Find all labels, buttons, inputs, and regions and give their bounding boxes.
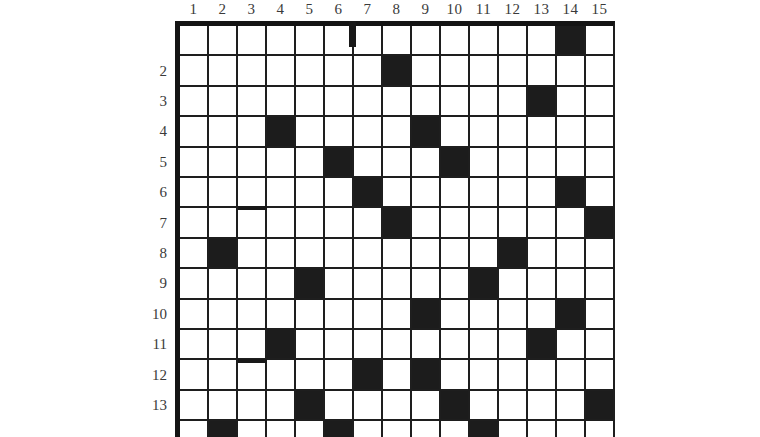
- cell-r4c11[interactable]: [470, 117, 497, 145]
- cell-r3c4[interactable]: [267, 87, 294, 115]
- cell-r12c10[interactable]: [441, 360, 468, 388]
- cell-r13c10-black: [441, 391, 468, 419]
- cell-r11c12[interactable]: [499, 330, 526, 358]
- cell-r4c10[interactable]: [441, 117, 468, 145]
- cell-r12c14[interactable]: [557, 360, 584, 388]
- cell-r3c7[interactable]: [354, 87, 381, 115]
- cell-r14c4[interactable]: [267, 421, 294, 437]
- cell-r11c11[interactable]: [470, 330, 497, 358]
- cell-r13c4[interactable]: [267, 391, 294, 419]
- cell-r4c1[interactable]: [180, 117, 207, 145]
- cell-r2c14[interactable]: [557, 56, 584, 84]
- cell-r4c3[interactable]: [238, 117, 265, 145]
- cell-r9c9[interactable]: [412, 269, 439, 297]
- col-label-5: 5: [306, 1, 314, 18]
- cell-r11c7[interactable]: [354, 330, 381, 358]
- cell-r11c1[interactable]: [180, 330, 207, 358]
- cell-r1c14-black: [557, 26, 584, 54]
- row-label-10: 10: [152, 305, 167, 322]
- cell-r5c2[interactable]: [209, 148, 236, 176]
- cell-r8c6[interactable]: [325, 239, 352, 267]
- cell-r6c13[interactable]: [528, 178, 555, 206]
- cell-r9c14[interactable]: [557, 269, 584, 297]
- cell-r5c14[interactable]: [557, 148, 584, 176]
- cell-r8c1[interactable]: [180, 239, 207, 267]
- cell-r10c13[interactable]: [528, 300, 555, 328]
- cell-r6c3[interactable]: [238, 178, 265, 206]
- cell-r12c15[interactable]: [586, 360, 613, 388]
- cell-r3c5[interactable]: [296, 87, 323, 115]
- cell-r10c6[interactable]: [325, 300, 352, 328]
- col-label-9: 9: [422, 1, 430, 18]
- cell-r6c10[interactable]: [441, 178, 468, 206]
- cell-r13c15-black: [586, 391, 613, 419]
- cell-r14c8[interactable]: [383, 421, 410, 437]
- cell-r6c9[interactable]: [412, 178, 439, 206]
- cell-r8c4[interactable]: [267, 239, 294, 267]
- cell-r5c3[interactable]: [238, 148, 265, 176]
- cell-r10c8[interactable]: [383, 300, 410, 328]
- cell-r11c13-black: [528, 330, 555, 358]
- cell-r2c9[interactable]: [412, 56, 439, 84]
- cell-r3c2[interactable]: [209, 87, 236, 115]
- cell-r14c12[interactable]: [499, 421, 526, 437]
- cell-r6c7-black: [354, 178, 381, 206]
- cell-r2c6[interactable]: [325, 56, 352, 84]
- cell-r12c12[interactable]: [499, 360, 526, 388]
- cell-r13c9[interactable]: [412, 391, 439, 419]
- cell-r10c2[interactable]: [209, 300, 236, 328]
- cell-r13c8[interactable]: [383, 391, 410, 419]
- cell-r11c4-black: [267, 330, 294, 358]
- cell-r10c12[interactable]: [499, 300, 526, 328]
- cell-r3c9[interactable]: [412, 87, 439, 115]
- cell-r4c12[interactable]: [499, 117, 526, 145]
- cell-r2c10[interactable]: [441, 56, 468, 84]
- cell-r1c4[interactable]: [267, 26, 294, 54]
- cell-r8c3[interactable]: [238, 239, 265, 267]
- cell-r14c7[interactable]: [354, 421, 381, 437]
- cell-r5c13[interactable]: [528, 148, 555, 176]
- col-label-1: 1: [190, 1, 198, 18]
- row-label-4: 4: [160, 123, 168, 140]
- cell-r7c9[interactable]: [412, 208, 439, 236]
- cell-r8c10[interactable]: [441, 239, 468, 267]
- cell-r1c8[interactable]: [383, 26, 410, 54]
- cell-r5c15[interactable]: [586, 148, 613, 176]
- cell-r12c2[interactable]: [209, 360, 236, 388]
- cell-r6c11[interactable]: [470, 178, 497, 206]
- cell-r14c14[interactable]: [557, 421, 584, 437]
- cell-r7c8-black: [383, 208, 410, 236]
- cell-r13c12[interactable]: [499, 391, 526, 419]
- cell-r8c8[interactable]: [383, 239, 410, 267]
- cell-r10c3[interactable]: [238, 300, 265, 328]
- cell-r5c12[interactable]: [499, 148, 526, 176]
- cell-r9c7[interactable]: [354, 269, 381, 297]
- cell-r5c8[interactable]: [383, 148, 410, 176]
- cell-r10c9-black: [412, 300, 439, 328]
- cell-r5c7[interactable]: [354, 148, 381, 176]
- cell-r6c2[interactable]: [209, 178, 236, 206]
- cell-r8c12-black: [499, 239, 526, 267]
- cell-r11c8[interactable]: [383, 330, 410, 358]
- cell-r9c2[interactable]: [209, 269, 236, 297]
- scan-artifact-tick: [238, 206, 267, 210]
- cell-r8c15[interactable]: [586, 239, 613, 267]
- cell-r10c5[interactable]: [296, 300, 323, 328]
- cell-r4c7[interactable]: [354, 117, 381, 145]
- cell-r13c7[interactable]: [354, 391, 381, 419]
- cell-r11c3[interactable]: [238, 330, 265, 358]
- cell-r11c9[interactable]: [412, 330, 439, 358]
- cell-r6c14-black: [557, 178, 584, 206]
- cell-r11c15[interactable]: [586, 330, 613, 358]
- cell-r12c9-black: [412, 360, 439, 388]
- cell-r2c7[interactable]: [354, 56, 381, 84]
- cell-r5c5[interactable]: [296, 148, 323, 176]
- cell-r7c6[interactable]: [325, 208, 352, 236]
- cell-r1c3[interactable]: [238, 26, 265, 54]
- col-label-15: 15: [592, 1, 608, 18]
- cell-r1c13[interactable]: [528, 26, 555, 54]
- cell-r4c15[interactable]: [586, 117, 613, 145]
- cell-r9c11-black: [470, 269, 497, 297]
- cell-r9c3[interactable]: [238, 269, 265, 297]
- cell-r8c7[interactable]: [354, 239, 381, 267]
- cell-r3c1[interactable]: [180, 87, 207, 115]
- cell-r2c13[interactable]: [528, 56, 555, 84]
- cell-r3c14[interactable]: [557, 87, 584, 115]
- row-label-6: 6: [160, 184, 168, 201]
- cell-r7c11[interactable]: [470, 208, 497, 236]
- cell-r7c15-black: [586, 208, 613, 236]
- cell-r6c1[interactable]: [180, 178, 207, 206]
- cell-r10c1[interactable]: [180, 300, 207, 328]
- cell-r3c3[interactable]: [238, 87, 265, 115]
- cell-r3c11[interactable]: [470, 87, 497, 115]
- cell-r13c13[interactable]: [528, 391, 555, 419]
- cell-r9c13[interactable]: [528, 269, 555, 297]
- cell-r2c4[interactable]: [267, 56, 294, 84]
- cell-r6c4[interactable]: [267, 178, 294, 206]
- row-label-2: 2: [160, 62, 168, 79]
- row-label-3: 3: [160, 93, 168, 110]
- cell-r5c4[interactable]: [267, 148, 294, 176]
- cell-r9c12[interactable]: [499, 269, 526, 297]
- cell-r9c6[interactable]: [325, 269, 352, 297]
- cell-r14c3[interactable]: [238, 421, 265, 437]
- cell-r13c14[interactable]: [557, 391, 584, 419]
- crossword-board: [175, 21, 615, 437]
- cell-r1c5[interactable]: [296, 26, 323, 54]
- cell-r10c10[interactable]: [441, 300, 468, 328]
- cell-r7c10[interactable]: [441, 208, 468, 236]
- cell-r7c13[interactable]: [528, 208, 555, 236]
- cell-r6c12[interactable]: [499, 178, 526, 206]
- cell-r14c5[interactable]: [296, 421, 323, 437]
- cell-r11c6[interactable]: [325, 330, 352, 358]
- cell-r12c4[interactable]: [267, 360, 294, 388]
- cell-r5c10-black: [441, 148, 468, 176]
- cell-r14c9[interactable]: [412, 421, 439, 437]
- cell-r10c15[interactable]: [586, 300, 613, 328]
- cell-r14c15[interactable]: [586, 421, 613, 437]
- scan-artifact-bar: [349, 21, 356, 47]
- cell-r2c15[interactable]: [586, 56, 613, 84]
- cell-r9c4[interactable]: [267, 269, 294, 297]
- col-label-11: 11: [476, 1, 491, 18]
- cell-r6c15[interactable]: [586, 178, 613, 206]
- cell-r10c14-black: [557, 300, 584, 328]
- cell-r12c5[interactable]: [296, 360, 323, 388]
- col-label-2: 2: [219, 1, 227, 18]
- cell-r14c11-black: [470, 421, 497, 437]
- cell-r2c11[interactable]: [470, 56, 497, 84]
- cell-r9c1[interactable]: [180, 269, 207, 297]
- cell-r13c3[interactable]: [238, 391, 265, 419]
- cell-r11c14[interactable]: [557, 330, 584, 358]
- cell-r14c1[interactable]: [180, 421, 207, 437]
- cell-r4c8[interactable]: [383, 117, 410, 145]
- scan-artifact-tick: [238, 359, 267, 363]
- cell-r3c15[interactable]: [586, 87, 613, 115]
- cell-r14c10[interactable]: [441, 421, 468, 437]
- cell-r14c6-black: [325, 421, 352, 437]
- cell-r12c7-black: [354, 360, 381, 388]
- row-label-11: 11: [153, 336, 167, 353]
- cell-r3c8[interactable]: [383, 87, 410, 115]
- cell-r2c8-black: [383, 56, 410, 84]
- cell-r6c6[interactable]: [325, 178, 352, 206]
- cell-r14c13[interactable]: [528, 421, 555, 437]
- cell-r1c7[interactable]: [354, 26, 381, 54]
- col-label-4: 4: [277, 1, 285, 18]
- col-label-3: 3: [248, 1, 256, 18]
- cell-r8c14[interactable]: [557, 239, 584, 267]
- cell-r2c1[interactable]: [180, 56, 207, 84]
- puzzle-page: 123456789101112131415 2345678910111213: [0, 0, 760, 437]
- col-label-14: 14: [563, 1, 579, 18]
- cell-r7c3[interactable]: [238, 208, 265, 236]
- col-label-13: 13: [534, 1, 550, 18]
- cell-r12c3[interactable]: [238, 360, 265, 388]
- cell-r5c1[interactable]: [180, 148, 207, 176]
- cell-r5c6-black: [325, 148, 352, 176]
- row-label-12: 12: [152, 366, 167, 383]
- cell-r3c6[interactable]: [325, 87, 352, 115]
- cell-r12c6[interactable]: [325, 360, 352, 388]
- cell-r13c5-black: [296, 391, 323, 419]
- cell-r8c2-black: [209, 239, 236, 267]
- cell-r9c10[interactable]: [441, 269, 468, 297]
- cell-r12c13[interactable]: [528, 360, 555, 388]
- cell-r7c4[interactable]: [267, 208, 294, 236]
- row-label-7: 7: [160, 214, 168, 231]
- cell-r9c15[interactable]: [586, 269, 613, 297]
- row-label-9: 9: [160, 275, 168, 292]
- cell-r12c1[interactable]: [180, 360, 207, 388]
- cell-r13c1[interactable]: [180, 391, 207, 419]
- cell-r1c6[interactable]: [325, 26, 352, 54]
- cell-r9c5-black: [296, 269, 323, 297]
- cell-r11c5[interactable]: [296, 330, 323, 358]
- cell-r7c14[interactable]: [557, 208, 584, 236]
- cell-r8c11[interactable]: [470, 239, 497, 267]
- cell-r5c11[interactable]: [470, 148, 497, 176]
- cell-r7c12[interactable]: [499, 208, 526, 236]
- cell-r12c8[interactable]: [383, 360, 410, 388]
- cell-r2c12[interactable]: [499, 56, 526, 84]
- cell-r8c9[interactable]: [412, 239, 439, 267]
- cell-r11c2[interactable]: [209, 330, 236, 358]
- cell-r2c5[interactable]: [296, 56, 323, 84]
- cell-r1c15[interactable]: [586, 26, 613, 54]
- col-label-6: 6: [335, 1, 343, 18]
- cell-r1c10[interactable]: [441, 26, 468, 54]
- cell-r7c1[interactable]: [180, 208, 207, 236]
- row-label-8: 8: [160, 245, 168, 262]
- col-label-8: 8: [393, 1, 401, 18]
- cell-r2c2[interactable]: [209, 56, 236, 84]
- cell-r4c5[interactable]: [296, 117, 323, 145]
- cell-r12c11[interactable]: [470, 360, 497, 388]
- cell-r1c2[interactable]: [209, 26, 236, 54]
- cell-r1c11[interactable]: [470, 26, 497, 54]
- col-label-12: 12: [505, 1, 521, 18]
- cell-r8c13[interactable]: [528, 239, 555, 267]
- cell-r1c12[interactable]: [499, 26, 526, 54]
- cell-r10c7[interactable]: [354, 300, 381, 328]
- cell-r4c2[interactable]: [209, 117, 236, 145]
- cell-r13c11[interactable]: [470, 391, 497, 419]
- cell-r3c13-black: [528, 87, 555, 115]
- cell-r4c9-black: [412, 117, 439, 145]
- cell-r10c11[interactable]: [470, 300, 497, 328]
- cell-r10c4[interactable]: [267, 300, 294, 328]
- cell-r13c2[interactable]: [209, 391, 236, 419]
- cell-r4c4-black: [267, 117, 294, 145]
- cell-r9c8[interactable]: [383, 269, 410, 297]
- cell-r3c12[interactable]: [499, 87, 526, 115]
- cell-r1c9[interactable]: [412, 26, 439, 54]
- cell-r14c2-black: [209, 421, 236, 437]
- cell-r8c5[interactable]: [296, 239, 323, 267]
- cell-r13c6[interactable]: [325, 391, 352, 419]
- cell-r5c9[interactable]: [412, 148, 439, 176]
- cell-r7c7[interactable]: [354, 208, 381, 236]
- cell-r4c13[interactable]: [528, 117, 555, 145]
- row-label-13: 13: [152, 397, 167, 414]
- cell-r6c5[interactable]: [296, 178, 323, 206]
- cell-r4c14[interactable]: [557, 117, 584, 145]
- cell-r11c10[interactable]: [441, 330, 468, 358]
- col-label-10: 10: [447, 1, 463, 18]
- cell-r3c10[interactable]: [441, 87, 468, 115]
- row-label-5: 5: [160, 153, 168, 170]
- cell-r6c8[interactable]: [383, 178, 410, 206]
- col-label-7: 7: [364, 1, 372, 18]
- cell-r7c5[interactable]: [296, 208, 323, 236]
- cell-r7c2[interactable]: [209, 208, 236, 236]
- cell-r4c6[interactable]: [325, 117, 352, 145]
- cell-r1c1[interactable]: [180, 26, 207, 54]
- cell-r2c3[interactable]: [238, 56, 265, 84]
